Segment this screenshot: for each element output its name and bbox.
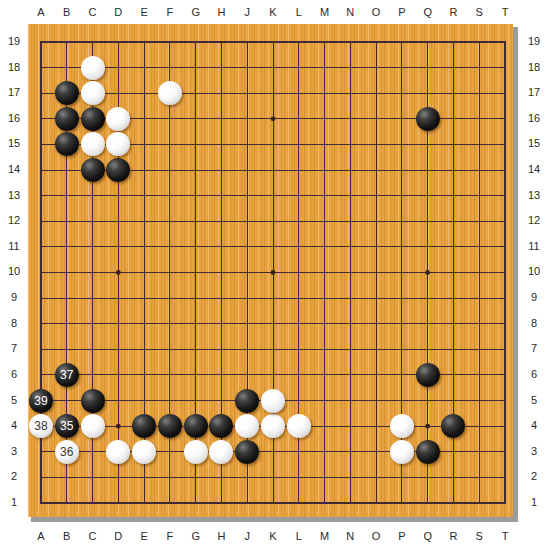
- col-label-bottom-M: M: [315, 529, 335, 544]
- row-label-left-4: 4: [2, 418, 26, 433]
- row-label-right-18: 18: [521, 60, 547, 75]
- stone-black-B17: [55, 81, 79, 105]
- col-label-bottom-H: H: [211, 529, 231, 544]
- move-number: 38: [34, 420, 47, 432]
- star-point-Q10: [425, 270, 430, 275]
- row-label-left-15: 15: [2, 136, 26, 151]
- stone-white-D3: [106, 440, 130, 464]
- col-label-bottom-B: B: [57, 529, 77, 544]
- col-label-bottom-J: J: [237, 529, 257, 544]
- stone-white-C15: [81, 132, 105, 156]
- col-label-top-Q: Q: [418, 5, 438, 20]
- star-point-K10: [271, 270, 276, 275]
- row-label-left-10: 10: [2, 264, 26, 279]
- row-label-left-9: 9: [2, 290, 26, 305]
- col-label-top-E: E: [134, 5, 154, 20]
- col-label-bottom-F: F: [160, 529, 180, 544]
- stone-black-B16: [55, 107, 79, 131]
- row-label-right-9: 9: [521, 290, 547, 305]
- row-label-left-17: 17: [2, 85, 26, 100]
- go-board: 3739353836: [28, 24, 513, 517]
- stone-white-P4: [390, 414, 414, 438]
- star-point-D10: [116, 270, 121, 275]
- stone-black-B6: 37: [55, 363, 79, 387]
- row-label-left-1: 1: [2, 495, 26, 510]
- row-label-right-14: 14: [521, 162, 547, 177]
- col-label-top-D: D: [108, 5, 128, 20]
- col-label-bottom-C: C: [83, 529, 103, 544]
- star-point-K16: [271, 116, 276, 121]
- stone-black-C5: [81, 389, 105, 413]
- go-diagram-screenshot: 3739353836 ABCDEFGHJKLMNOPQRST ABCDEFGHJ…: [0, 0, 550, 550]
- col-label-bottom-S: S: [469, 529, 489, 544]
- row-label-right-5: 5: [521, 393, 547, 408]
- stone-black-F4: [158, 414, 182, 438]
- col-label-top-O: O: [366, 5, 386, 20]
- stone-white-C17: [81, 81, 105, 105]
- col-label-top-C: C: [83, 5, 103, 20]
- stone-black-C16: [81, 107, 105, 131]
- row-label-left-13: 13: [2, 188, 26, 203]
- stone-white-G3: [184, 440, 208, 464]
- star-point-Q4: [425, 424, 430, 429]
- col-label-top-G: G: [186, 5, 206, 20]
- stone-white-K5: [261, 389, 285, 413]
- row-label-right-2: 2: [521, 469, 547, 484]
- stone-white-D16: [106, 107, 130, 131]
- col-label-top-S: S: [469, 5, 489, 20]
- stone-black-J5: [235, 389, 259, 413]
- row-label-right-16: 16: [521, 111, 547, 126]
- row-label-right-10: 10: [521, 264, 547, 279]
- col-label-top-N: N: [340, 5, 360, 20]
- col-label-bottom-A: A: [31, 529, 51, 544]
- col-label-top-T: T: [495, 5, 515, 20]
- col-label-bottom-D: D: [108, 529, 128, 544]
- row-label-right-15: 15: [521, 136, 547, 151]
- row-label-left-7: 7: [2, 341, 26, 356]
- row-label-right-8: 8: [521, 316, 547, 331]
- stone-white-C4: [81, 414, 105, 438]
- col-label-top-K: K: [263, 5, 283, 20]
- stone-black-Q16: [416, 107, 440, 131]
- stone-white-A4: 38: [29, 414, 53, 438]
- row-label-right-13: 13: [521, 188, 547, 203]
- col-label-bottom-E: E: [134, 529, 154, 544]
- stone-black-C14: [81, 158, 105, 182]
- stone-white-P3: [390, 440, 414, 464]
- stone-black-J3: [235, 440, 259, 464]
- stone-black-Q6: [416, 363, 440, 387]
- stone-white-E3: [132, 440, 156, 464]
- stone-black-A5: 39: [29, 389, 53, 413]
- row-label-right-3: 3: [521, 444, 547, 459]
- row-label-right-4: 4: [521, 418, 547, 433]
- row-label-left-16: 16: [2, 111, 26, 126]
- row-label-left-19: 19: [2, 34, 26, 49]
- row-label-left-5: 5: [2, 393, 26, 408]
- row-label-right-12: 12: [521, 213, 547, 228]
- move-number: 35: [60, 420, 73, 432]
- col-label-bottom-K: K: [263, 529, 283, 544]
- row-label-right-19: 19: [521, 34, 547, 49]
- col-label-bottom-N: N: [340, 529, 360, 544]
- col-label-top-P: P: [392, 5, 412, 20]
- col-label-top-R: R: [443, 5, 463, 20]
- col-label-top-F: F: [160, 5, 180, 20]
- stone-white-L4: [287, 414, 311, 438]
- stone-white-B3: 36: [55, 440, 79, 464]
- col-label-bottom-Q: Q: [418, 529, 438, 544]
- col-label-top-A: A: [31, 5, 51, 20]
- row-label-right-6: 6: [521, 367, 547, 382]
- col-label-top-B: B: [57, 5, 77, 20]
- col-label-bottom-R: R: [443, 529, 463, 544]
- col-label-top-M: M: [315, 5, 335, 20]
- stone-white-K4: [261, 414, 285, 438]
- row-label-left-11: 11: [2, 239, 26, 254]
- col-label-bottom-T: T: [495, 529, 515, 544]
- col-label-top-J: J: [237, 5, 257, 20]
- col-label-bottom-L: L: [289, 529, 309, 544]
- stone-black-G4: [184, 414, 208, 438]
- row-label-left-2: 2: [2, 469, 26, 484]
- move-number: 39: [34, 395, 47, 407]
- row-label-left-12: 12: [2, 213, 26, 228]
- row-label-left-18: 18: [2, 60, 26, 75]
- row-label-left-3: 3: [2, 444, 26, 459]
- row-label-right-11: 11: [521, 239, 547, 254]
- col-label-bottom-O: O: [366, 529, 386, 544]
- stone-black-B4: 35: [55, 414, 79, 438]
- star-point-D4: [116, 424, 121, 429]
- move-number: 36: [60, 446, 73, 458]
- col-label-top-H: H: [211, 5, 231, 20]
- stone-black-Q3: [416, 440, 440, 464]
- row-label-left-14: 14: [2, 162, 26, 177]
- stone-white-F17: [158, 81, 182, 105]
- col-label-top-L: L: [289, 5, 309, 20]
- row-label-right-7: 7: [521, 341, 547, 356]
- col-label-bottom-P: P: [392, 529, 412, 544]
- row-label-left-6: 6: [2, 367, 26, 382]
- col-label-bottom-G: G: [186, 529, 206, 544]
- stone-white-C18: [81, 56, 105, 80]
- row-label-left-8: 8: [2, 316, 26, 331]
- move-number: 37: [60, 369, 73, 381]
- row-label-right-17: 17: [521, 85, 547, 100]
- row-label-right-1: 1: [521, 495, 547, 510]
